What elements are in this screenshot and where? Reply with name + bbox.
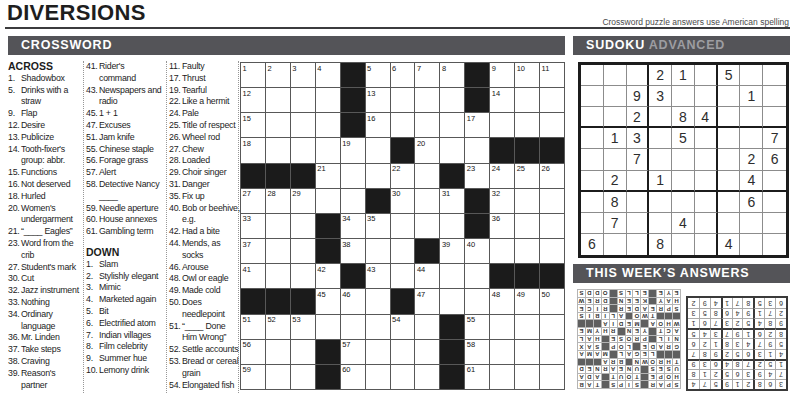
crossword-cell[interactable]	[415, 189, 439, 213]
crossword-cell[interactable]: 13	[366, 88, 390, 112]
sudoku-given: 1	[649, 171, 672, 192]
crossword-cell[interactable]: 54	[391, 315, 415, 339]
crossword-cell[interactable]	[316, 315, 340, 339]
crossword-cell[interactable]	[415, 88, 439, 112]
crossword-cell[interactable]	[515, 189, 539, 213]
crossword-cell[interactable]	[266, 264, 290, 288]
answer-letter-cell: W	[641, 359, 648, 366]
crossword-block	[341, 63, 365, 87]
sudoku-cell[interactable]	[763, 107, 786, 128]
answer-digit-cell: 6	[699, 318, 710, 328]
sudoku-cell[interactable]	[695, 128, 718, 149]
clue-number: 50.	[169, 297, 180, 309]
answer-digit-cell: 8	[721, 338, 732, 348]
crossword-cell[interactable]: 49	[515, 289, 539, 313]
cell-number: 59	[243, 365, 251, 374]
crossword-cell[interactable]: 47	[415, 289, 439, 313]
crossword-cell[interactable]	[540, 113, 564, 137]
answer-letter-cell: N	[633, 359, 640, 366]
sudoku-cell[interactable]	[695, 234, 718, 255]
answer-letter-cell: O	[657, 320, 664, 327]
sudoku-cell[interactable]	[740, 234, 763, 255]
crossword-cell[interactable]	[266, 214, 290, 238]
crossword-cell[interactable]	[540, 189, 564, 213]
sudoku-cell[interactable]	[649, 213, 672, 234]
crossword-cell[interactable]: 12	[241, 88, 265, 112]
crossword-cell[interactable]: 39	[440, 239, 464, 263]
sudoku-cell[interactable]	[627, 213, 650, 234]
crossword-cell[interactable]: 24	[490, 164, 514, 188]
crossword-cell[interactable]	[440, 138, 464, 162]
answer-letter-cell: R	[602, 366, 609, 373]
clue-number: 59.	[86, 203, 97, 215]
crossword-cell[interactable]	[291, 138, 315, 162]
crossword-cell[interactable]: 14	[490, 88, 514, 112]
crossword-cell[interactable]	[440, 214, 464, 238]
crossword-cell[interactable]	[415, 315, 439, 339]
crossword-cell[interactable]	[465, 289, 489, 313]
crossword-cell[interactable]	[440, 88, 464, 112]
crossword-cell[interactable]: 55	[465, 315, 489, 339]
crossword-cell[interactable]: 34	[341, 214, 365, 238]
sudoku-cell[interactable]	[695, 65, 718, 86]
crossword-block	[440, 365, 464, 389]
crossword-cell[interactable]: 19	[341, 138, 365, 162]
sudoku-cell[interactable]	[649, 192, 672, 213]
sudoku-cell[interactable]	[695, 86, 718, 107]
clue-5: 5.Bit	[86, 306, 166, 318]
crossword-cell[interactable]	[291, 239, 315, 263]
sudoku-cell[interactable]	[627, 171, 650, 192]
answer-letter-cell: I	[610, 320, 617, 327]
answer-block	[578, 359, 585, 366]
crossword-cell[interactable]	[341, 164, 365, 188]
crossword-cell[interactable]: 42	[316, 264, 340, 288]
cell-number: 39	[442, 240, 450, 249]
sudoku-cell[interactable]	[627, 234, 650, 255]
sudoku-cell[interactable]	[718, 107, 741, 128]
clue-text: Choir singer	[182, 167, 226, 177]
crossword-cell[interactable]	[440, 289, 464, 313]
clue-text: Slam	[99, 259, 118, 269]
crossword-cell[interactable]	[316, 88, 340, 112]
clue-number: 52.	[169, 344, 180, 356]
crossword-block	[316, 239, 340, 263]
crossword-cell[interactable]	[540, 340, 564, 364]
clue-9: 9.Flap	[8, 108, 83, 120]
clue-15: 15.Functions	[8, 167, 83, 179]
crossword-cell[interactable]	[415, 365, 439, 389]
answer-letter-cell: O	[633, 313, 640, 320]
answers-section-label: THIS WEEK’S ANSWERS	[573, 264, 790, 283]
crossword-cell[interactable]: 31	[440, 189, 464, 213]
answer-letter-cell: E	[626, 320, 633, 327]
sudoku-cell[interactable]	[672, 149, 695, 170]
crossword-cell[interactable]: 9	[490, 63, 514, 87]
clue-text: Ordinarylanguage	[21, 309, 55, 331]
sudoku-cell[interactable]	[695, 171, 718, 192]
answer-letter-cell: O	[618, 343, 625, 350]
crossword-cell[interactable]: 56	[241, 340, 265, 364]
sudoku-cell[interactable]	[718, 86, 741, 107]
crossword-cell[interactable]: 22	[391, 164, 415, 188]
crossword-cell[interactable]	[490, 340, 514, 364]
answer-letter-cell: A	[586, 336, 593, 343]
sudoku-cell[interactable]	[763, 65, 786, 86]
crossword-cell[interactable]: 17	[465, 113, 489, 137]
answer-block	[649, 298, 656, 305]
sudoku-cell[interactable]	[604, 149, 627, 170]
crossword-cell[interactable]: 51	[241, 315, 265, 339]
crossword-cell[interactable]: 10	[515, 63, 539, 87]
sudoku-cell[interactable]	[718, 192, 741, 213]
crossword-cell[interactable]	[291, 264, 315, 288]
clue-text: Danger	[182, 179, 209, 189]
sudoku-cell[interactable]	[763, 86, 786, 107]
crossword-cell[interactable]	[515, 315, 539, 339]
crossword-cell[interactable]	[366, 138, 390, 162]
crossword-cell[interactable]	[266, 239, 290, 263]
crossword-cell[interactable]: 8	[440, 63, 464, 87]
crossword-cell[interactable]	[366, 239, 390, 263]
clue-58: 58.Detective Nancy____	[86, 179, 166, 203]
crossword-cell[interactable]: 28	[266, 189, 290, 213]
sudoku-cell[interactable]	[581, 171, 604, 192]
clue-37: 37.Take steps	[8, 344, 83, 356]
cell-number: 7	[417, 64, 421, 73]
crossword-cell[interactable]	[515, 214, 539, 238]
clue-text: Newspapers andradio	[99, 85, 162, 107]
crossword-cell[interactable]	[291, 113, 315, 137]
answer-letter-cell: U	[633, 366, 640, 373]
crossword-cell[interactable]: 38	[341, 239, 365, 263]
sudoku-cell[interactable]	[740, 107, 763, 128]
clue-57: 57.Alert	[86, 167, 166, 179]
crossword-cell[interactable]	[316, 113, 340, 137]
sudoku-cell[interactable]	[695, 149, 718, 170]
sudoku-cell[interactable]	[581, 107, 604, 128]
sudoku-cell[interactable]	[763, 234, 786, 255]
clue-number: 1.	[8, 73, 15, 85]
crossword-cell[interactable]	[391, 214, 415, 238]
crossword-cell[interactable]	[341, 315, 365, 339]
crossword-cell[interactable]: 61	[465, 365, 489, 389]
crossword-cell[interactable]: 26	[540, 164, 564, 188]
answer-letter-cell: S	[594, 343, 601, 350]
crossword-cell[interactable]	[391, 113, 415, 137]
crossword-cell[interactable]: 52	[266, 315, 290, 339]
crossword-cell[interactable]: 30	[391, 189, 415, 213]
crossword-cell[interactable]: 15	[241, 113, 265, 137]
cell-number: 13	[367, 89, 375, 98]
clue-text: Thrust	[182, 73, 205, 83]
cell-number: 30	[392, 189, 400, 198]
answer-letter-cell: D	[649, 343, 656, 350]
crossword-cell[interactable]	[515, 239, 539, 263]
crossword-cell[interactable]: 29	[291, 189, 315, 213]
clue-number: 61.	[86, 226, 97, 238]
clue-number: 11.	[169, 61, 180, 73]
crossword-cell[interactable]: 33	[241, 214, 265, 238]
sudoku-cell[interactable]	[604, 234, 627, 255]
crossword-cell[interactable]: 27	[241, 189, 265, 213]
crossword-cell[interactable]: 5	[366, 63, 390, 87]
answer-block	[602, 381, 609, 388]
crossword-cell[interactable]	[341, 189, 365, 213]
crossword-cell[interactable]: 4	[316, 63, 340, 87]
crossword-cell[interactable]	[540, 88, 564, 112]
answer-block	[626, 359, 633, 366]
crossword-cell[interactable]	[465, 264, 489, 288]
crossword-cell[interactable]	[440, 264, 464, 288]
crossword-cell[interactable]	[490, 365, 514, 389]
crossword-cell[interactable]	[391, 340, 415, 364]
sudoku-cell[interactable]	[649, 128, 672, 149]
crossword-cell[interactable]	[266, 113, 290, 137]
crossword-cell[interactable]: 58	[465, 340, 489, 364]
answer-letter-cell: I	[626, 381, 633, 388]
answer-letter-cell: T	[657, 328, 664, 335]
sudoku-cell[interactable]	[604, 107, 627, 128]
sudoku-cell[interactable]	[763, 171, 786, 192]
cell-number: 10	[517, 64, 525, 73]
answer-block	[602, 374, 609, 381]
sudoku-cell[interactable]	[695, 192, 718, 213]
crossword-cell[interactable]	[391, 239, 415, 263]
crossword-cell[interactable]	[266, 365, 290, 389]
clue-text: Stylishly elegant	[99, 271, 158, 281]
cell-number: 37	[243, 240, 251, 249]
sudoku-cell[interactable]	[581, 86, 604, 107]
sudoku-cell[interactable]	[627, 192, 650, 213]
answer-letter-cell: A	[594, 374, 601, 381]
crossword-cell[interactable]: 35	[366, 214, 390, 238]
crossword-cell[interactable]	[515, 365, 539, 389]
answer-letter-cell: M	[586, 351, 593, 358]
sudoku-cell[interactable]	[649, 107, 672, 128]
crossword-cell[interactable]	[291, 214, 315, 238]
clue-number: 53.	[169, 356, 180, 368]
sudoku-given: 2	[604, 171, 627, 192]
crossword-cell[interactable]: 18	[241, 138, 265, 162]
answer-letter-cell: H	[665, 320, 672, 327]
crossword-cell[interactable]	[415, 113, 439, 137]
sudoku-cell[interactable]	[718, 128, 741, 149]
crossword-cell[interactable]: 2	[266, 63, 290, 87]
answer-letter-cell: E	[649, 374, 656, 381]
sudoku-given: 1	[740, 86, 763, 107]
answer-letter-cell: R	[657, 359, 664, 366]
crossword-cell[interactable]: 21	[316, 164, 340, 188]
crossword-cell[interactable]: 3	[291, 63, 315, 87]
crossword-cell[interactable]	[391, 264, 415, 288]
answer-letter-cell: C	[665, 328, 672, 335]
crossword-cell[interactable]: 43	[366, 264, 390, 288]
crossword-cell[interactable]: 16	[366, 113, 390, 137]
clue-38: 38.Craving	[8, 356, 83, 368]
clue-51: 51.“____ DoneHim Wrong”	[169, 321, 238, 345]
crossword-cell[interactable]	[440, 113, 464, 137]
answer-block	[641, 320, 648, 327]
sudoku-cell[interactable]	[672, 192, 695, 213]
answer-digit-cell: 7	[775, 369, 786, 379]
crossword-cell[interactable]	[366, 340, 390, 364]
answer-letter-cell: E	[578, 305, 585, 312]
answer-digit-cell: 7	[753, 338, 764, 348]
clue-number: 51.	[169, 321, 180, 333]
clue-number: 39.	[8, 368, 19, 380]
sudoku-cell[interactable]	[718, 171, 741, 192]
crossword-cell[interactable]: 25	[515, 164, 539, 188]
clue-42: 42.Had a bite	[169, 226, 238, 238]
clue-number: 44.	[169, 238, 180, 250]
cell-number: 28	[267, 189, 275, 198]
answer-digit-cell: 5	[753, 298, 764, 308]
answer-letter-cell: N	[626, 328, 633, 335]
crossword-block	[341, 88, 365, 112]
crossword-cell[interactable]	[415, 164, 439, 188]
crossword-cell[interactable]	[540, 239, 564, 263]
answer-letter-cell: O	[602, 290, 609, 297]
crossword-cell[interactable]	[515, 88, 539, 112]
answer-digit-cell: 6	[732, 369, 743, 379]
crossword-cell[interactable]: 1	[241, 63, 265, 87]
crossword-cell[interactable]	[490, 239, 514, 263]
crossword-cell[interactable]: 37	[241, 239, 265, 263]
crossword-cell[interactable]	[515, 340, 539, 364]
crossword-cell[interactable]	[266, 88, 290, 112]
crossword-cell[interactable]: 44	[415, 264, 439, 288]
answer-block	[610, 290, 617, 297]
answer-letter-cell: E	[673, 290, 680, 297]
answer-letter-cell: R	[618, 305, 625, 312]
crossword-cell[interactable]: 36	[490, 214, 514, 238]
sudoku-cell[interactable]	[672, 86, 695, 107]
crossword-cell[interactable]: 11	[540, 63, 564, 87]
crossword-cell[interactable]	[316, 138, 340, 162]
sudoku-cell[interactable]	[740, 128, 763, 149]
crossword-cell[interactable]	[490, 113, 514, 137]
clue-text: Settle accounts	[182, 344, 238, 354]
answer-digit-cell: 1	[753, 308, 764, 318]
sudoku-cell[interactable]	[740, 65, 763, 86]
crossword-cell[interactable]: 6	[391, 63, 415, 87]
answer-digit-cell: 7	[710, 318, 721, 328]
sudoku-cell[interactable]	[695, 213, 718, 234]
crossword-cell[interactable]	[465, 138, 489, 162]
clue-text: Arouse	[182, 262, 208, 272]
clue-column-1: ACROSS1.Shadowbox5.Drinks with astraw9.F…	[8, 61, 84, 393]
sudoku-cell[interactable]	[627, 65, 650, 86]
clue-35: 35.Fix up	[169, 191, 238, 203]
crossword-cell[interactable]	[291, 365, 315, 389]
cell-number: 55	[467, 315, 475, 324]
crossword-cell[interactable]	[366, 289, 390, 313]
sudoku-cell[interactable]	[763, 213, 786, 234]
sudoku-cell[interactable]	[604, 65, 627, 86]
sudoku-cell[interactable]	[581, 192, 604, 213]
crossword-cell[interactable]	[291, 88, 315, 112]
crossword-cell[interactable]: 7	[415, 63, 439, 87]
sudoku-cell[interactable]	[581, 128, 604, 149]
crossword-cell[interactable]: 32	[490, 189, 514, 213]
sudoku-cell[interactable]	[604, 86, 627, 107]
answer-digit-cell: 7	[688, 349, 699, 359]
crossword-cell[interactable]	[266, 340, 290, 364]
answer-letter-cell: A	[586, 343, 593, 350]
clue-5: 5.Drinks with astraw	[8, 85, 83, 109]
answer-letter-cell: A	[626, 351, 633, 358]
answer-digit-cell: 9	[764, 338, 775, 348]
crossword-block	[465, 63, 489, 87]
crossword-cell[interactable]	[415, 214, 439, 238]
clue-text: Tooth-fixer'sgroup: abbr.	[21, 144, 65, 166]
crossword-cell[interactable]	[515, 113, 539, 137]
crossword-cell[interactable]: 40	[465, 239, 489, 263]
clue-text: Craving	[21, 356, 50, 366]
answer-digit-cell: 3	[699, 359, 710, 369]
clue-43: 43.Newspapers andradio	[86, 85, 166, 109]
crossword-cell[interactable]	[391, 88, 415, 112]
crossword-cell[interactable]	[415, 340, 439, 364]
crossword-cell[interactable]	[366, 365, 390, 389]
crossword-cell[interactable]: 41	[241, 264, 265, 288]
sudoku-cell[interactable]	[649, 149, 672, 170]
sudoku-cell[interactable]	[740, 213, 763, 234]
cell-number: 43	[367, 265, 375, 274]
sudoku-cell[interactable]	[718, 213, 741, 234]
crossword-cell[interactable]: 57	[341, 340, 365, 364]
crossword-cell[interactable]	[291, 340, 315, 364]
answer-letter-cell: W	[641, 313, 648, 320]
clue-text: Bread or cerealgrain	[182, 356, 238, 378]
crossword-cell[interactable]	[316, 189, 340, 213]
sudoku-cell[interactable]	[581, 149, 604, 170]
crossword-cell[interactable]	[540, 315, 564, 339]
crossword-cell[interactable]: 53	[291, 315, 315, 339]
crossword-cell[interactable]	[266, 138, 290, 162]
crossword-cell[interactable]: 45	[316, 289, 340, 313]
answer-digit-cell: 9	[721, 379, 732, 389]
sudoku-cell[interactable]	[672, 234, 695, 255]
clue-number: 15.	[8, 167, 19, 179]
crossword-cell[interactable]: 60	[341, 365, 365, 389]
crossword-cell[interactable]: 20	[415, 138, 439, 162]
sudoku-cell[interactable]	[581, 213, 604, 234]
crossword-cell[interactable]: 23	[465, 164, 489, 188]
answer-digit-cell: 2	[699, 338, 710, 348]
crossword-cell[interactable]	[540, 214, 564, 238]
crossword-cell[interactable]: 46	[341, 289, 365, 313]
answer-digit-cell: 3	[732, 338, 743, 348]
crossword-cell[interactable]	[490, 315, 514, 339]
sudoku-cell[interactable]	[718, 149, 741, 170]
clue-number: 27.	[8, 262, 19, 274]
crossword-cell[interactable]	[540, 365, 564, 389]
cell-number: 12	[243, 89, 251, 98]
sudoku-cell[interactable]	[763, 192, 786, 213]
crossword-cell[interactable]	[391, 365, 415, 389]
crossword-cell[interactable]: 59	[241, 365, 265, 389]
sudoku-cell[interactable]	[581, 65, 604, 86]
crossword-cell[interactable]: 50	[540, 289, 564, 313]
crossword-cell[interactable]: 48	[490, 289, 514, 313]
crossword-cell[interactable]	[366, 164, 390, 188]
crossword-cell[interactable]	[366, 315, 390, 339]
cell-number: 36	[492, 214, 500, 223]
sudoku-cell[interactable]	[672, 171, 695, 192]
answer-block	[641, 381, 648, 388]
